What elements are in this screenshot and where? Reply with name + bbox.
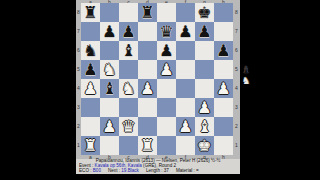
stat-label-2: Length :	[146, 168, 164, 173]
square-a4: ♟	[81, 79, 100, 98]
rank-label-6: 6	[233, 41, 240, 60]
stat-label-0: ECO :	[79, 168, 93, 173]
piece-white-king: ♚	[195, 136, 214, 155]
rank-label-4: 4	[233, 79, 240, 98]
stat-value-0: B00	[93, 168, 101, 173]
square-c5	[119, 60, 138, 79]
square-h7	[214, 22, 233, 41]
piece-white-pawn: ♟	[214, 79, 233, 98]
piece-black-pawn: ♟	[214, 41, 233, 60]
piece-black-rook: ♜	[81, 3, 100, 22]
piece-white-pawn: ♟	[81, 79, 100, 98]
square-e3	[157, 98, 176, 117]
piece-black-rook: ♜	[138, 3, 157, 22]
piece-white-pawn: ♟	[195, 98, 214, 117]
stats-line: ECO : B00Next : 19.BlackLength : 37Mater…	[76, 169, 240, 174]
square-a7	[81, 22, 100, 41]
square-e7: ♛	[157, 22, 176, 41]
square-d1: ♜	[138, 136, 157, 155]
square-h5	[214, 60, 233, 79]
chess-board: ♜♜♚♟♟♛♟♟♞♝♟♟♟♞♟♟♝♞♟♟♟♟♛♟♝♜♜♚	[81, 3, 233, 155]
square-c6: ♝	[119, 41, 138, 60]
game-caption: Papaioannou, Ioannis (2613) — Nielsen, P…	[76, 159, 240, 174]
square-b5: ♞	[100, 60, 119, 79]
piece-black-pawn: ♟	[176, 22, 195, 41]
square-h2	[214, 117, 233, 136]
stat-label-1: Next :	[108, 168, 121, 173]
piece-white-pawn: ♟	[157, 60, 176, 79]
square-c4: ♞	[119, 79, 138, 98]
square-d6	[138, 41, 157, 60]
square-h6: ♟	[214, 41, 233, 60]
piece-white-queen: ♛	[119, 117, 138, 136]
square-b7: ♟	[100, 22, 119, 41]
piece-black-bishop: ♝	[119, 41, 138, 60]
square-c7: ♟	[119, 22, 138, 41]
stat-label-3: Material :	[176, 168, 196, 173]
square-d3	[138, 98, 157, 117]
material-imbalance-indicator: ♝ ♞	[240, 64, 252, 86]
square-f8	[176, 3, 195, 22]
square-d5	[138, 60, 157, 79]
stat-value-3: =	[196, 168, 199, 173]
square-a5: ♟	[81, 60, 100, 79]
rank-labels-right: 87654321	[233, 3, 240, 155]
square-c2: ♛	[119, 117, 138, 136]
square-e5: ♟	[157, 60, 176, 79]
piece-black-pawn: ♟	[157, 41, 176, 60]
piece-black-bishop: ♝	[100, 79, 119, 98]
square-e6: ♟	[157, 41, 176, 60]
square-g1: ♚	[195, 136, 214, 155]
piece-black-pawn: ♟	[195, 22, 214, 41]
piece-white-bishop: ♝	[195, 117, 214, 136]
square-e4	[157, 79, 176, 98]
square-b8	[100, 3, 119, 22]
square-f2: ♟	[176, 117, 195, 136]
square-e2	[157, 117, 176, 136]
square-g6	[195, 41, 214, 60]
square-g5	[195, 60, 214, 79]
square-c3	[119, 98, 138, 117]
piece-black-pawn: ♟	[100, 22, 119, 41]
rank-label-1: 1	[233, 136, 240, 155]
square-f3	[176, 98, 195, 117]
rank-label-2: 2	[233, 117, 240, 136]
square-d2	[138, 117, 157, 136]
square-a3	[81, 98, 100, 117]
piece-white-knight: ♞	[100, 60, 119, 79]
square-d4: ♟	[138, 79, 157, 98]
piece-white-rook: ♜	[138, 136, 157, 155]
black-bishop-icon: ♝	[242, 64, 251, 75]
square-h3	[214, 98, 233, 117]
square-g2: ♝	[195, 117, 214, 136]
piece-white-rook: ♜	[81, 136, 100, 155]
piece-black-pawn: ♟	[81, 60, 100, 79]
square-g3: ♟	[195, 98, 214, 117]
video-frame: abcdefgh 87654321 ♜♜♚♟♟♛♟♟♞♝♟♟♟♞♟♟♝♞♟♟♟♟…	[0, 0, 320, 180]
square-g8: ♚	[195, 3, 214, 22]
square-g7: ♟	[195, 22, 214, 41]
square-e8	[157, 3, 176, 22]
piece-black-knight: ♞	[81, 41, 100, 60]
rank-label-3: 3	[233, 98, 240, 117]
square-c8	[119, 3, 138, 22]
square-f5	[176, 60, 195, 79]
piece-white-pawn: ♟	[100, 117, 119, 136]
square-h1	[214, 136, 233, 155]
square-b3	[100, 98, 119, 117]
square-f4	[176, 79, 195, 98]
white-knight-icon: ♞	[242, 75, 251, 86]
piece-black-pawn: ♟	[119, 22, 138, 41]
square-b6	[100, 41, 119, 60]
rank-label-7: 7	[233, 22, 240, 41]
square-a6: ♞	[81, 41, 100, 60]
rank-label-5: 5	[233, 60, 240, 79]
square-h4: ♟	[214, 79, 233, 98]
rank-label-8: 8	[233, 3, 240, 22]
square-b2: ♟	[100, 117, 119, 136]
square-e1	[157, 136, 176, 155]
square-d7	[138, 22, 157, 41]
square-b4: ♝	[100, 79, 119, 98]
square-a8: ♜	[81, 3, 100, 22]
piece-black-queen: ♛	[157, 22, 176, 41]
piece-white-pawn: ♟	[176, 117, 195, 136]
piece-white-knight: ♞	[119, 79, 138, 98]
square-f6	[176, 41, 195, 60]
square-a1: ♜	[81, 136, 100, 155]
square-f7: ♟	[176, 22, 195, 41]
piece-black-king: ♚	[195, 3, 214, 22]
square-f1	[176, 136, 195, 155]
square-d8: ♜	[138, 3, 157, 22]
piece-white-pawn: ♟	[138, 79, 157, 98]
board-panel: abcdefgh 87654321 ♜♜♚♟♟♛♟♟♞♝♟♟♟♞♟♟♝♞♟♟♟♟…	[76, 0, 240, 174]
stat-value-1: 19.Black	[121, 168, 139, 173]
stat-value-2: 37	[164, 168, 169, 173]
square-b1	[100, 136, 119, 155]
square-h8	[214, 3, 233, 22]
square-g4	[195, 79, 214, 98]
square-c1	[119, 136, 138, 155]
square-a2	[81, 117, 100, 136]
